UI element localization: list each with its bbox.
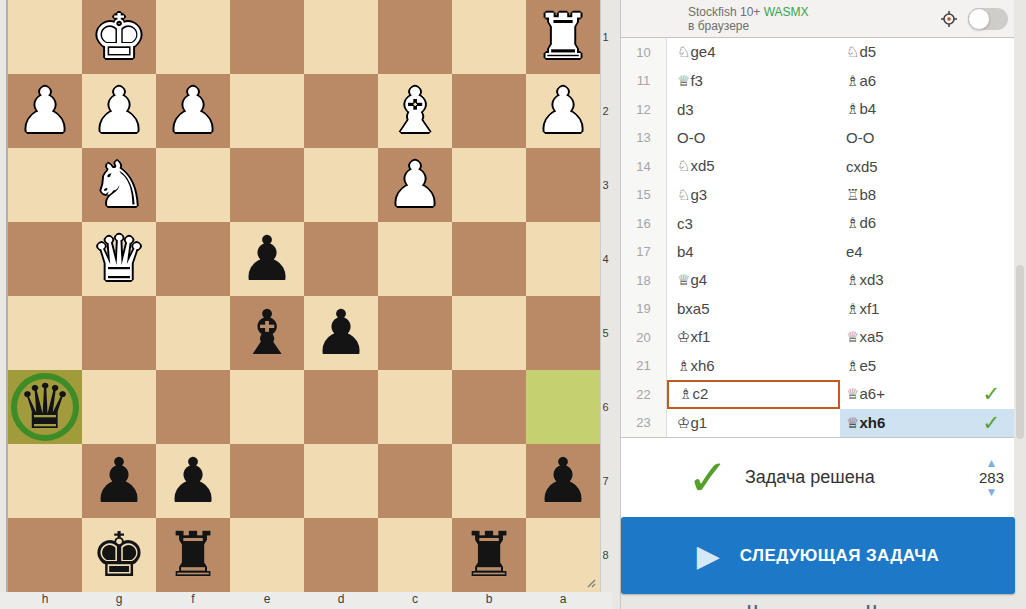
move-number: 19 [621,295,667,324]
square-f8[interactable]: ♜ [156,518,230,592]
square-g5[interactable] [82,296,156,370]
footer-clipped-text-1: Н [747,601,758,609]
move-number: 20 [621,323,667,352]
engine-subtitle: в браузере [688,19,809,33]
white-move-20[interactable]: ♔xf1 [667,323,840,352]
square-d8[interactable] [304,518,378,592]
white-bishop[interactable]: ♝ [387,74,443,148]
square-b3[interactable] [452,148,526,222]
square-f2[interactable]: ♟ [156,74,230,148]
square-d5[interactable]: ♟ [304,296,378,370]
square-g8[interactable]: ♚ [82,518,156,592]
black-move-text: ♕xh6 [846,414,885,432]
black-move-text: ♕a6+ [846,385,885,403]
solved-text: Задача решена [745,467,875,488]
square-a7[interactable]: ♟ [526,444,600,518]
white-pawn[interactable]: ♟ [165,74,221,148]
next-puzzle-label: СЛЕДУЮЩАЯ ЗАДАЧА [740,546,939,566]
black-rook[interactable]: ♜ [165,518,221,592]
square-a3[interactable] [526,148,600,222]
file-label-a: a [526,592,600,609]
square-e8[interactable] [230,518,304,592]
engine-toggle-knob [968,8,990,30]
black-move-12[interactable]: ♗b4 [840,95,1014,124]
white-move-18[interactable]: ♕g4 [667,266,840,295]
black-move-10[interactable]: ♘d5 [840,38,1014,67]
white-pawn[interactable]: ♟ [387,148,443,222]
black-move-text: ♕xa5 [846,328,884,346]
black-move-22[interactable]: ♕a6+✓ [840,380,1014,409]
white-move-14[interactable]: ♘xd5 [667,152,840,181]
square-c8[interactable] [378,518,452,592]
black-move-11[interactable]: ♗a6 [840,67,1014,96]
square-e1[interactable] [230,0,304,74]
black-move-text: ♗xf1 [846,300,879,318]
black-move-text: ♗b4 [846,100,876,118]
engine-header: Stockfish 10+ WASMX в браузере [621,0,1014,38]
black-pawn[interactable]: ♟ [313,296,369,370]
rank-label-7: 7 [598,444,613,518]
square-c5[interactable] [378,296,452,370]
square-c2[interactable]: ♝ [378,74,452,148]
square-c3[interactable]: ♟ [378,148,452,222]
move-row-14: 14♘xd5cxd5 [621,152,1014,181]
move-row-18: 18♕g4♗xd3 [621,266,1014,295]
black-king[interactable]: ♚ [91,518,147,592]
white-pawn[interactable]: ♟ [91,74,147,148]
black-move-16[interactable]: ♗d6 [840,209,1014,238]
black-pawn[interactable]: ♟ [165,444,221,518]
move-list-scrollbar[interactable] [1016,265,1024,439]
square-f4[interactable] [156,222,230,296]
move-row-10: 10♘ge4♘d5 [621,38,1014,67]
correct-move-check-icon: ✓ [982,382,1000,406]
black-move-text: ♘d5 [846,43,876,61]
square-c7[interactable] [378,444,452,518]
white-move-12[interactable]: d3 [667,95,840,124]
black-move-text: ♗d6 [846,214,876,232]
square-b2[interactable] [452,74,526,148]
square-a2[interactable]: ♟ [526,74,600,148]
black-move-text: ♗xd3 [846,271,884,289]
black-move-text: O-O [846,129,874,146]
move-number: 18 [621,266,667,295]
black-move-20[interactable]: ♕xa5 [840,323,1014,352]
file-label-h: h [8,592,82,609]
white-move-22[interactable]: ♗c2 [667,380,840,409]
move-row-20: 20♔xf1♕xa5 [621,323,1014,352]
black-move-23[interactable]: ♕xh6✓ [840,409,1014,438]
rank-label-4: 4 [598,222,613,296]
square-a4[interactable] [526,222,600,296]
square-f5[interactable] [156,296,230,370]
file-label-g: g [82,592,156,609]
square-h7[interactable] [8,444,82,518]
engine-title: Stockfish 10+ WASMX в браузере [688,5,809,33]
white-move-19[interactable]: bxa5 [667,295,840,324]
counter-value: 283 [979,469,1004,486]
black-move-19[interactable]: ♗xf1 [840,295,1014,324]
white-move-17[interactable]: b4 [667,238,840,267]
white-king[interactable]: ♚ [91,0,147,74]
puzzle-counter: ▲ 283 ▼ [979,457,1004,498]
square-g2[interactable]: ♟ [82,74,156,148]
square-g1[interactable]: ♚ [82,0,156,74]
black-move-text: cxd5 [846,158,878,175]
move-row-15: 15♘g3♖b8 [621,181,1014,210]
play-icon: ▶ [697,541,720,571]
black-move-text: e4 [846,243,863,260]
white-move-11[interactable]: ♕f3 [667,67,840,96]
square-d4[interactable] [304,222,378,296]
black-move-13[interactable]: O-O [840,124,1014,153]
square-e4[interactable]: ♟ [230,222,304,296]
square-h1[interactable] [8,0,82,74]
move-row-12: 12d3♗b4 [621,95,1014,124]
rank-label-6: 6 [598,370,613,444]
square-a5[interactable] [526,296,600,370]
header-icons [940,8,1008,30]
file-label-strip: hgfedcba [0,592,612,609]
white-move-16[interactable]: c3 [667,209,840,238]
white-knight[interactable]: ♞ [91,148,147,222]
square-g6[interactable] [82,370,156,444]
black-pawn[interactable]: ♟ [239,222,295,296]
move-number: 13 [621,124,667,153]
file-label-f: f [156,592,230,609]
square-e6[interactable] [230,370,304,444]
black-pawn[interactable]: ♟ [535,444,591,518]
rank-label-1: 1 [598,0,613,74]
move-number: 15 [621,181,667,210]
black-queen[interactable]: ♛ [17,370,73,444]
square-f6[interactable] [156,370,230,444]
square-d6[interactable] [304,370,378,444]
square-f7[interactable]: ♟ [156,444,230,518]
square-e5[interactable]: ♝ [230,296,304,370]
counter-down-icon[interactable]: ▼ [986,486,998,498]
white-move-23[interactable]: ♔g1 [667,409,840,438]
square-g3[interactable]: ♞ [82,148,156,222]
move-row-17: 17b4e4 [621,238,1014,267]
board-resize-handle-icon[interactable] [585,577,597,589]
white-queen[interactable]: ♛ [91,222,147,296]
black-move-text: ♗e5 [846,357,876,375]
target-icon[interactable] [940,10,958,28]
white-move-21[interactable]: ♗xh6 [667,352,840,381]
square-d2[interactable] [304,74,378,148]
black-move-15[interactable]: ♖b8 [840,181,1014,210]
square-a6[interactable] [526,370,600,444]
square-f3[interactable] [156,148,230,222]
square-b5[interactable] [452,296,526,370]
square-h6[interactable]: ♛ [8,370,82,444]
rank-label-3: 3 [598,148,613,222]
move-number: 23 [621,409,667,438]
move-row-13: 13O-OO-O [621,124,1014,153]
engine-panel: Stockfish 10+ WASMX в браузере 10♘ge4♘d5… [620,0,1014,609]
rank-label-8: 8 [598,518,613,592]
move-number: 12 [621,95,667,124]
move-number: 22 [621,380,667,409]
square-h3[interactable] [8,148,82,222]
black-move-18[interactable]: ♗xd3 [840,266,1014,295]
square-b8[interactable]: ♜ [452,518,526,592]
white-move-13[interactable]: O-O [667,124,840,153]
solved-panel: ✓ Задача решена ▲ 283 ▼ [621,437,1014,517]
move-row-21: 21♗xh6♗e5 [621,352,1014,381]
black-move-14[interactable]: cxd5 [840,152,1014,181]
square-g7[interactable]: ♟ [82,444,156,518]
square-h5[interactable] [8,296,82,370]
engine-badge: WASMX [764,5,809,19]
square-g4[interactable]: ♛ [82,222,156,296]
next-puzzle-button[interactable]: ▶ СЛЕДУЮЩАЯ ЗАДАЧА [621,517,1015,594]
square-a1[interactable]: ♜ [526,0,600,74]
move-number: 16 [621,209,667,238]
square-c1[interactable] [378,0,452,74]
square-d3[interactable] [304,148,378,222]
solved-check-icon: ✓ [687,458,729,498]
square-e2[interactable] [230,74,304,148]
black-rook[interactable]: ♜ [461,518,517,592]
white-move-15[interactable]: ♘g3 [667,181,840,210]
chess-board[interactable]: ♚♜♟♟♟♝♟♞♟♛♟♝♟♛♟♟♟♚♜♜ [8,0,600,592]
square-e7[interactable] [230,444,304,518]
correct-move-check-icon: ✓ [982,411,1000,435]
square-h8[interactable] [8,518,82,592]
square-c6[interactable] [378,370,452,444]
move-number: 14 [621,152,667,181]
file-label-b: b [452,592,526,609]
square-b7[interactable] [452,444,526,518]
rank-label-5: 5 [598,296,613,370]
move-number: 10 [621,38,667,67]
move-row-11: 11♕f3♗a6 [621,67,1014,96]
footer-clipped-text-2: Н [866,601,877,609]
move-list: 10♘ge4♘d511♕f3♗a612d3♗b413O-OO-O14♘xd5cx… [621,38,1014,437]
square-d1[interactable] [304,0,378,74]
counter-up-icon[interactable]: ▲ [986,457,998,469]
square-f1[interactable] [156,0,230,74]
move-number: 17 [621,238,667,267]
square-h2[interactable]: ♟ [8,74,82,148]
move-row-23: 23♔g1♕xh6✓ [621,409,1014,438]
engine-name: Stockfish 10+ [688,5,764,19]
black-bishop[interactable]: ♝ [239,296,295,370]
white-pawn[interactable]: ♟ [17,74,73,148]
move-number: 21 [621,352,667,381]
file-labels: hgfedcba [8,592,600,609]
black-move-21[interactable]: ♗e5 [840,352,1014,381]
black-pawn[interactable]: ♟ [91,444,147,518]
square-h4[interactable] [8,222,82,296]
move-number: 11 [621,67,667,96]
engine-toggle[interactable] [968,8,1008,30]
square-c4[interactable] [378,222,452,296]
black-move-17[interactable]: e4 [840,238,1014,267]
black-move-text: ♖b8 [846,186,876,204]
file-label-e: e [230,592,304,609]
square-b1[interactable] [452,0,526,74]
file-label-c: c [378,592,452,609]
white-move-10[interactable]: ♘ge4 [667,38,840,67]
move-row-16: 16c3♗d6 [621,209,1014,238]
square-d7[interactable] [304,444,378,518]
file-label-d: d [304,592,378,609]
move-row-22: 22♗c2♕a6+✓ [621,380,1014,409]
square-e3[interactable] [230,148,304,222]
move-row-19: 19bxa5♗xf1 [621,295,1014,324]
white-pawn[interactable]: ♟ [535,74,591,148]
rank-label-2: 2 [598,74,613,148]
square-b6[interactable] [452,370,526,444]
white-rook[interactable]: ♜ [535,0,591,74]
rank-labels: 12345678 [598,0,613,592]
black-move-text: ♗a6 [846,72,876,90]
square-b4[interactable] [452,222,526,296]
